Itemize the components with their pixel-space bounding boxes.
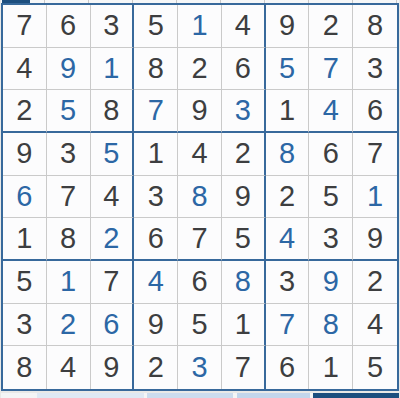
sudoku-cell-r8c8[interactable]: 8 bbox=[309, 304, 353, 347]
sudoku-cell-r4c8[interactable]: 6 bbox=[309, 133, 353, 176]
cropped-top-navy-tab bbox=[2, 0, 30, 3]
sudoku-cell-r4c7[interactable]: 8 bbox=[266, 133, 310, 176]
cropped-bottom-ui-strip bbox=[1, 393, 399, 398]
sudoku-cell-r1c4[interactable]: 5 bbox=[134, 5, 178, 48]
sudoku-cell-r3c3[interactable]: 8 bbox=[91, 90, 135, 133]
sudoku-cell-r8c1[interactable]: 3 bbox=[3, 304, 47, 347]
sudoku-cell-r5c8[interactable]: 5 bbox=[309, 176, 353, 219]
sudoku-cell-r4c4[interactable]: 1 bbox=[134, 133, 178, 176]
cropped-bottom-segment bbox=[147, 393, 233, 398]
sudoku-cell-r9c6[interactable]: 7 bbox=[222, 346, 266, 389]
sudoku-cell-r8c4[interactable]: 9 bbox=[134, 304, 178, 347]
sudoku-cell-r5c3[interactable]: 4 bbox=[91, 176, 135, 219]
sudoku-cell-r2c3[interactable]: 1 bbox=[91, 48, 135, 91]
cropped-bottom-segment bbox=[37, 393, 144, 398]
sudoku-cell-r1c9[interactable]: 8 bbox=[353, 5, 397, 48]
sudoku-cell-r1c1[interactable]: 7 bbox=[3, 5, 47, 48]
sudoku-cell-r7c2[interactable]: 1 bbox=[47, 261, 91, 304]
sudoku-cell-r2c9[interactable]: 3 bbox=[353, 48, 397, 91]
sudoku-cell-r2c8[interactable]: 7 bbox=[309, 48, 353, 91]
sudoku-cell-r8c5[interactable]: 5 bbox=[178, 304, 222, 347]
sudoku-cell-r7c1[interactable]: 5 bbox=[3, 261, 47, 304]
sudoku-grid: 7635149284918265732587931469351428676743… bbox=[1, 3, 399, 391]
sudoku-cell-r2c2[interactable]: 9 bbox=[47, 48, 91, 91]
sudoku-cell-r4c6[interactable]: 2 bbox=[222, 133, 266, 176]
sudoku-cell-r7c5[interactable]: 6 bbox=[178, 261, 222, 304]
sudoku-cell-r9c9[interactable]: 5 bbox=[353, 346, 397, 389]
sudoku-cell-r8c7[interactable]: 7 bbox=[266, 304, 310, 347]
sudoku-cell-r5c1[interactable]: 6 bbox=[3, 176, 47, 219]
sudoku-cell-r3c6[interactable]: 3 bbox=[222, 90, 266, 133]
sudoku-cell-r7c9[interactable]: 2 bbox=[353, 261, 397, 304]
sudoku-cell-r9c7[interactable]: 6 bbox=[266, 346, 310, 389]
sudoku-cell-r6c3[interactable]: 2 bbox=[91, 218, 135, 261]
sudoku-cell-r8c2[interactable]: 2 bbox=[47, 304, 91, 347]
cropped-top-ui-strip bbox=[1, 0, 399, 3]
sudoku-cell-r5c2[interactable]: 7 bbox=[47, 176, 91, 219]
cropped-bottom-navy-block bbox=[313, 393, 399, 398]
sudoku-cell-r1c7[interactable]: 9 bbox=[266, 5, 310, 48]
sudoku-cell-r2c5[interactable]: 2 bbox=[178, 48, 222, 91]
cropped-bottom-segment bbox=[237, 393, 310, 398]
sudoku-cell-r3c9[interactable]: 6 bbox=[353, 90, 397, 133]
sudoku-cell-r9c4[interactable]: 2 bbox=[134, 346, 178, 389]
sudoku-cell-r6c5[interactable]: 7 bbox=[178, 218, 222, 261]
sudoku-cell-r3c5[interactable]: 9 bbox=[178, 90, 222, 133]
sudoku-cell-r1c8[interactable]: 2 bbox=[309, 5, 353, 48]
sudoku-cell-r8c3[interactable]: 6 bbox=[91, 304, 135, 347]
sudoku-cell-r2c7[interactable]: 5 bbox=[266, 48, 310, 91]
sudoku-cell-r6c8[interactable]: 3 bbox=[309, 218, 353, 261]
sudoku-cell-r1c3[interactable]: 3 bbox=[91, 5, 135, 48]
sudoku-cell-r6c4[interactable]: 6 bbox=[134, 218, 178, 261]
sudoku-cell-r7c4[interactable]: 4 bbox=[134, 261, 178, 304]
sudoku-cell-r3c7[interactable]: 1 bbox=[266, 90, 310, 133]
sudoku-cell-r7c6[interactable]: 8 bbox=[222, 261, 266, 304]
sudoku-cell-r4c3[interactable]: 5 bbox=[91, 133, 135, 176]
sudoku-cell-r5c4[interactable]: 3 bbox=[134, 176, 178, 219]
sudoku-cell-r3c1[interactable]: 2 bbox=[3, 90, 47, 133]
sudoku-cell-r8c6[interactable]: 1 bbox=[222, 304, 266, 347]
sudoku-cell-r3c8[interactable]: 4 bbox=[309, 90, 353, 133]
sudoku-cell-r7c3[interactable]: 7 bbox=[91, 261, 135, 304]
sudoku-cell-r6c2[interactable]: 8 bbox=[47, 218, 91, 261]
sudoku-cell-r2c6[interactable]: 6 bbox=[222, 48, 266, 91]
sudoku-cell-r4c9[interactable]: 7 bbox=[353, 133, 397, 176]
sudoku-cell-r1c5[interactable]: 1 bbox=[178, 5, 222, 48]
sudoku-cell-r5c9[interactable]: 1 bbox=[353, 176, 397, 219]
sudoku-cell-r1c2[interactable]: 6 bbox=[47, 5, 91, 48]
sudoku-cell-r6c7[interactable]: 4 bbox=[266, 218, 310, 261]
sudoku-cell-r9c2[interactable]: 4 bbox=[47, 346, 91, 389]
sudoku-cell-r7c7[interactable]: 3 bbox=[266, 261, 310, 304]
sudoku-cell-r5c7[interactable]: 2 bbox=[266, 176, 310, 219]
sudoku-cell-r3c2[interactable]: 5 bbox=[47, 90, 91, 133]
sudoku-cell-r3c4[interactable]: 7 bbox=[134, 90, 178, 133]
sudoku-cell-r4c1[interactable]: 9 bbox=[3, 133, 47, 176]
sudoku-cell-r9c1[interactable]: 8 bbox=[3, 346, 47, 389]
sudoku-cell-r9c5[interactable]: 3 bbox=[178, 346, 222, 389]
sudoku-cell-r5c6[interactable]: 9 bbox=[222, 176, 266, 219]
sudoku-cell-r4c5[interactable]: 4 bbox=[178, 133, 222, 176]
sudoku-cell-r9c8[interactable]: 1 bbox=[309, 346, 353, 389]
sudoku-cell-r6c6[interactable]: 5 bbox=[222, 218, 266, 261]
sudoku-cell-r2c1[interactable]: 4 bbox=[3, 48, 47, 91]
sudoku-cell-r2c4[interactable]: 8 bbox=[134, 48, 178, 91]
sudoku-cell-r5c5[interactable]: 8 bbox=[178, 176, 222, 219]
sudoku-cell-r8c9[interactable]: 4 bbox=[353, 304, 397, 347]
sudoku-cell-r1c6[interactable]: 4 bbox=[222, 5, 266, 48]
sudoku-cell-r6c9[interactable]: 9 bbox=[353, 218, 397, 261]
sudoku-cell-r9c3[interactable]: 9 bbox=[91, 346, 135, 389]
sudoku-cell-r6c1[interactable]: 1 bbox=[3, 218, 47, 261]
sudoku-cell-r4c2[interactable]: 3 bbox=[47, 133, 91, 176]
sudoku-cell-r7c8[interactable]: 9 bbox=[309, 261, 353, 304]
